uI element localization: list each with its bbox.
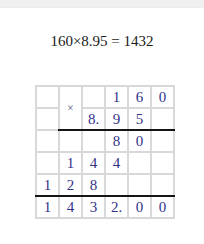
- grid-cell-r5c3: 8: [83, 175, 104, 195]
- grid-cell-r6c6: 0: [152, 197, 173, 217]
- partial-products-underline: [35, 195, 175, 197]
- multiply-sign: ×: [60, 87, 81, 129]
- grid-cell-r6c2: 4: [60, 197, 81, 217]
- grid-cell-r1c1: [37, 87, 58, 107]
- grid-cell-r3c5: 0: [129, 131, 150, 151]
- grid-cell-r6c4: 2.: [106, 197, 127, 217]
- grid-cell-r6c1: 1: [37, 197, 58, 217]
- grid-cell-r5c6: [152, 175, 173, 195]
- grid-cell-r5c5: [129, 175, 150, 195]
- grid-cell-r4c1: [37, 153, 58, 173]
- grid-cell-r5c1: 1: [37, 175, 58, 195]
- top-band: [0, 0, 204, 8]
- grid-cell-r6c5: 0: [129, 197, 150, 217]
- grid-cell-r3c3: [83, 131, 104, 151]
- grid-cell-r2c5: 5: [129, 109, 150, 129]
- grid-cell-r4c6: [152, 153, 173, 173]
- grid-cell-r1c3: [83, 87, 104, 107]
- grid-cell-r4c2: 1: [60, 153, 81, 173]
- multiplication-grid: 1608.95801441281432.00×: [35, 85, 175, 219]
- grid-cell-r2c4: 9: [106, 109, 127, 129]
- grid-cell-r3c2: [60, 131, 81, 151]
- grid-cell-r2c1: [37, 109, 58, 129]
- grid-cell-r1c6: 0: [152, 87, 173, 107]
- grid-cell-r4c4: 4: [106, 153, 127, 173]
- grid-cell-r1c5: 6: [129, 87, 150, 107]
- grid-cell-r5c4: [106, 175, 127, 195]
- multiplier-underline: [58, 129, 175, 131]
- grid-cell-r4c5: [129, 153, 150, 173]
- grid-cell-r2c3: 8.: [83, 109, 104, 129]
- grid-cell-r5c2: 2: [60, 175, 81, 195]
- grid-cell-r3c6: [152, 131, 173, 151]
- grid-cell-r3c4: 8: [106, 131, 127, 151]
- grid-cell-r2c6: [152, 109, 173, 129]
- equation-title: 160×8.95 = 1432: [0, 33, 204, 50]
- grid-cell-r6c3: 3: [83, 197, 104, 217]
- grid-cell-r3c1: [37, 131, 58, 151]
- grid-cell-r4c3: 4: [83, 153, 104, 173]
- multiplication-grid-wrap: 1608.95801441281432.00×: [35, 85, 175, 219]
- grid-cell-r1c4: 1: [106, 87, 127, 107]
